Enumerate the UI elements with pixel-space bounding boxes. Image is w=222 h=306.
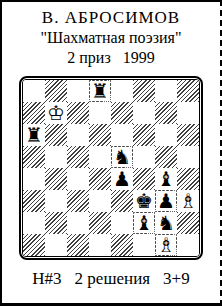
chess-board: ♜♔♜♞♟♝♚♟♗♝♞♗: [23, 80, 199, 256]
square-b1: [45, 234, 67, 256]
square-c3: [67, 190, 89, 212]
square-e5: ♞: [111, 146, 133, 168]
source-title: "Шахматная поэзия": [2, 28, 220, 48]
square-g2: ♞: [155, 212, 177, 234]
square-g3: ♟: [155, 190, 177, 212]
square-h5: [177, 146, 199, 168]
square-e6: [111, 124, 133, 146]
solutions-label: 2 решения: [75, 269, 150, 289]
black-pawn-e4: ♟: [113, 169, 131, 189]
diagram-caption: Н#3 2 решения 3+9: [2, 269, 220, 289]
square-h2: [177, 212, 199, 234]
square-h6: [177, 124, 199, 146]
white-king-b7: ♔: [47, 103, 65, 123]
chess-board-border: ♜♔♜♞♟♝♚♟♗♝♞♗: [22, 79, 200, 257]
problem-diagram-page: В. АБРОСИМОВ "Шахматная поэзия" 2 приз 1…: [0, 0, 222, 306]
square-c8: [67, 80, 89, 102]
square-c4: [67, 168, 89, 190]
square-c6: [67, 124, 89, 146]
square-a6: ♜: [23, 124, 45, 146]
square-e4: ♟: [111, 168, 133, 190]
award-line: 2 приз 1999: [2, 48, 220, 68]
chess-board-frame: ♜♔♜♞♟♝♚♟♗♝♞♗: [19, 76, 203, 260]
square-g1: ♗: [155, 234, 177, 256]
white-bishop-h3: ♗: [179, 191, 197, 211]
square-d7: [89, 102, 111, 124]
black-rook-d8: ♜: [91, 81, 109, 101]
piece-box: ♟: [156, 191, 176, 211]
square-h1: [177, 234, 199, 256]
square-h8: [177, 80, 199, 102]
square-f7: [133, 102, 155, 124]
piece-box: ♝: [134, 213, 154, 233]
square-a1: [23, 234, 45, 256]
square-f2: ♝: [133, 212, 155, 234]
square-f8: [133, 80, 155, 102]
square-f6: [133, 124, 155, 146]
square-g4: ♝: [155, 168, 177, 190]
piece-holder: ♝: [155, 168, 177, 190]
piece-holder: ♞: [155, 212, 177, 234]
black-bishop-f2: ♝: [135, 213, 153, 233]
square-b5: [45, 146, 67, 168]
piece-holder: ♜: [23, 124, 45, 146]
square-b8: [45, 80, 67, 102]
white-bishop-g1: ♗: [157, 235, 175, 255]
black-pawn-g3: ♟: [157, 191, 175, 211]
black-bishop-g4: ♝: [157, 169, 175, 189]
square-c2: [67, 212, 89, 234]
square-f5: [133, 146, 155, 168]
piece-holder: ♟: [111, 168, 133, 190]
square-d3: [89, 190, 111, 212]
piece-holder: ♔: [45, 102, 67, 124]
square-e8: [111, 80, 133, 102]
square-e7: [111, 102, 133, 124]
piece-holder: ♚: [133, 190, 155, 212]
square-e3: [111, 190, 133, 212]
square-g8: [155, 80, 177, 102]
piece-box: ♗: [156, 235, 176, 255]
square-d4: [89, 168, 111, 190]
square-f1: [133, 234, 155, 256]
square-d8: ♜: [89, 80, 111, 102]
square-h4: [177, 168, 199, 190]
square-h3: ♗: [177, 190, 199, 212]
black-knight-g2: ♞: [157, 213, 175, 233]
composer-name: В. АБРОСИМОВ: [2, 7, 220, 28]
piece-holder: ♗: [177, 190, 199, 212]
square-b2: [45, 212, 67, 234]
square-e1: [111, 234, 133, 256]
square-a2: [23, 212, 45, 234]
square-d6: [89, 124, 111, 146]
piece-box: ♞: [112, 147, 132, 167]
square-h7: [177, 102, 199, 124]
square-c1: [67, 234, 89, 256]
square-g5: [155, 146, 177, 168]
square-b4: [45, 168, 67, 190]
square-a8: [23, 80, 45, 102]
square-a5: [23, 146, 45, 168]
square-c5: [67, 146, 89, 168]
black-king-f3: ♚: [135, 191, 153, 211]
black-rook-a6: ♜: [25, 125, 43, 145]
diagram-header: В. АБРОСИМОВ "Шахматная поэзия" 2 приз 1…: [2, 2, 220, 68]
square-f3: ♚: [133, 190, 155, 212]
square-b6: [45, 124, 67, 146]
square-d2: [89, 212, 111, 234]
square-d5: [89, 146, 111, 168]
square-d1: [89, 234, 111, 256]
square-g7: [155, 102, 177, 124]
square-c7: [67, 102, 89, 124]
square-a3: [23, 190, 45, 212]
stipulation-label: Н#3: [32, 269, 61, 289]
square-f4: [133, 168, 155, 190]
square-a7: [23, 102, 45, 124]
piece-box: ♜: [90, 81, 110, 101]
square-b7: ♔: [45, 102, 67, 124]
square-a4: [23, 168, 45, 190]
square-e2: [111, 212, 133, 234]
material-count-label: 3+9: [163, 269, 190, 289]
square-b3: [45, 190, 67, 212]
black-knight-e5: ♞: [113, 147, 131, 167]
square-g6: [155, 124, 177, 146]
